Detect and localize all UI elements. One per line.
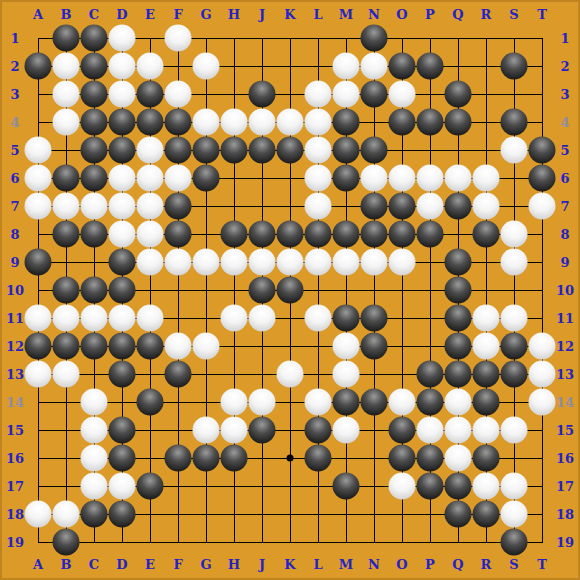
stone-black-F16[interactable] bbox=[165, 445, 192, 472]
stone-black-O2[interactable] bbox=[389, 53, 416, 80]
stone-white-C15[interactable] bbox=[81, 417, 108, 444]
stone-white-K13[interactable] bbox=[277, 361, 304, 388]
stone-black-C10[interactable] bbox=[81, 277, 108, 304]
stone-black-M4[interactable] bbox=[333, 109, 360, 136]
stone-white-N6[interactable] bbox=[361, 165, 388, 192]
stone-white-K4[interactable] bbox=[277, 109, 304, 136]
stone-black-S13[interactable] bbox=[501, 361, 528, 388]
stone-black-D10[interactable] bbox=[109, 277, 136, 304]
stone-white-M2[interactable] bbox=[333, 53, 360, 80]
stone-black-D12[interactable] bbox=[109, 333, 136, 360]
row-label-right-13: 13 bbox=[556, 368, 574, 381]
col-label-top-R: R bbox=[481, 8, 492, 21]
stone-black-L8[interactable] bbox=[305, 221, 332, 248]
stone-white-Q14[interactable] bbox=[445, 389, 472, 416]
stone-black-Q9[interactable] bbox=[445, 249, 472, 276]
stone-black-D13[interactable] bbox=[109, 361, 136, 388]
row-label-left-3: 3 bbox=[10, 88, 19, 101]
col-label-top-F: F bbox=[173, 8, 182, 21]
stone-black-B6[interactable] bbox=[53, 165, 80, 192]
stone-white-E11[interactable] bbox=[137, 305, 164, 332]
stone-white-F1[interactable] bbox=[165, 25, 192, 52]
stone-white-M15[interactable] bbox=[333, 417, 360, 444]
col-label-bottom-O: O bbox=[396, 558, 407, 571]
stone-black-S19[interactable] bbox=[501, 529, 528, 556]
stone-white-B18[interactable] bbox=[53, 501, 80, 528]
stone-black-M11[interactable] bbox=[333, 305, 360, 332]
stone-black-J5[interactable] bbox=[249, 137, 276, 164]
col-label-bottom-T: T bbox=[537, 558, 547, 571]
stone-black-N1[interactable] bbox=[361, 25, 388, 52]
row-label-left-11: 11 bbox=[6, 312, 24, 325]
stone-white-A5[interactable] bbox=[25, 137, 52, 164]
col-label-top-K: K bbox=[284, 8, 295, 21]
stone-black-Q12[interactable] bbox=[445, 333, 472, 360]
stone-white-M3[interactable] bbox=[333, 81, 360, 108]
stone-black-C1[interactable] bbox=[81, 25, 108, 52]
stone-black-M17[interactable] bbox=[333, 473, 360, 500]
stone-white-H11[interactable] bbox=[221, 305, 248, 332]
stone-white-R15[interactable] bbox=[473, 417, 500, 444]
row-label-left-13: 13 bbox=[6, 368, 24, 381]
stone-black-Q13[interactable] bbox=[445, 361, 472, 388]
stone-black-Q18[interactable] bbox=[445, 501, 472, 528]
col-label-bottom-G: G bbox=[200, 558, 211, 571]
stone-white-G2[interactable] bbox=[193, 53, 220, 80]
row-label-left-6: 6 bbox=[10, 172, 19, 185]
row-label-left-17: 17 bbox=[6, 480, 24, 493]
col-label-top-H: H bbox=[228, 8, 240, 21]
stone-white-C17[interactable] bbox=[81, 473, 108, 500]
stone-white-S18[interactable] bbox=[501, 501, 528, 528]
stone-white-F12[interactable] bbox=[165, 333, 192, 360]
row-label-right-7: 7 bbox=[560, 200, 569, 213]
stone-black-Q7[interactable] bbox=[445, 193, 472, 220]
stone-black-P16[interactable] bbox=[417, 445, 444, 472]
stone-white-M12[interactable] bbox=[333, 333, 360, 360]
stone-white-T14[interactable] bbox=[529, 389, 556, 416]
stone-black-K5[interactable] bbox=[277, 137, 304, 164]
row-label-left-5: 5 bbox=[10, 144, 19, 157]
stone-white-B11[interactable] bbox=[53, 305, 80, 332]
stone-white-D6[interactable] bbox=[109, 165, 136, 192]
col-label-top-L: L bbox=[313, 8, 322, 21]
stone-white-E9[interactable] bbox=[137, 249, 164, 276]
stone-black-E17[interactable] bbox=[137, 473, 164, 500]
row-label-right-17: 17 bbox=[556, 480, 574, 493]
row-label-left-10: 10 bbox=[6, 284, 24, 297]
stone-white-D1[interactable] bbox=[109, 25, 136, 52]
stone-black-F4[interactable] bbox=[165, 109, 192, 136]
stone-black-O8[interactable] bbox=[389, 221, 416, 248]
stone-black-S12[interactable] bbox=[501, 333, 528, 360]
row-label-left-7: 7 bbox=[10, 200, 19, 213]
col-label-bottom-J: J bbox=[259, 558, 265, 571]
stone-white-O6[interactable] bbox=[389, 165, 416, 192]
stone-black-T5[interactable] bbox=[529, 137, 556, 164]
stone-white-S8[interactable] bbox=[501, 221, 528, 248]
row-label-right-18: 18 bbox=[556, 508, 574, 521]
row-label-left-16: 16 bbox=[6, 452, 24, 465]
stone-white-E2[interactable] bbox=[137, 53, 164, 80]
stone-white-H14[interactable] bbox=[221, 389, 248, 416]
col-label-bottom-H: H bbox=[228, 558, 240, 571]
row-label-left-14: 14 bbox=[6, 396, 24, 409]
stone-black-E4[interactable] bbox=[137, 109, 164, 136]
col-label-top-Q: Q bbox=[452, 8, 463, 21]
stone-white-D3[interactable] bbox=[109, 81, 136, 108]
stone-white-G12[interactable] bbox=[193, 333, 220, 360]
col-label-top-M: M bbox=[339, 8, 353, 21]
stone-white-F3[interactable] bbox=[165, 81, 192, 108]
stone-black-N12[interactable] bbox=[361, 333, 388, 360]
row-label-left-1: 1 bbox=[10, 32, 19, 45]
stone-white-D11[interactable] bbox=[109, 305, 136, 332]
hoshi-dot-K16 bbox=[287, 455, 294, 462]
stone-black-A9[interactable] bbox=[25, 249, 52, 276]
stone-white-T13[interactable] bbox=[529, 361, 556, 388]
row-label-right-14: 14 bbox=[556, 396, 574, 409]
col-label-top-T: T bbox=[537, 8, 547, 21]
stone-black-O16[interactable] bbox=[389, 445, 416, 472]
stone-black-P4[interactable] bbox=[417, 109, 444, 136]
stone-black-P17[interactable] bbox=[417, 473, 444, 500]
stone-black-B19[interactable] bbox=[53, 529, 80, 556]
stone-black-C12[interactable] bbox=[81, 333, 108, 360]
stone-black-H8[interactable] bbox=[221, 221, 248, 248]
col-label-top-E: E bbox=[145, 8, 155, 21]
stone-black-F13[interactable] bbox=[165, 361, 192, 388]
col-label-top-G: G bbox=[200, 8, 211, 21]
stone-white-H4[interactable] bbox=[221, 109, 248, 136]
row-label-right-6: 6 bbox=[560, 172, 569, 185]
stone-white-S9[interactable] bbox=[501, 249, 528, 276]
stone-black-D18[interactable] bbox=[109, 501, 136, 528]
stone-black-H16[interactable] bbox=[221, 445, 248, 472]
stone-black-E14[interactable] bbox=[137, 389, 164, 416]
stone-black-P14[interactable] bbox=[417, 389, 444, 416]
stone-black-O15[interactable] bbox=[389, 417, 416, 444]
col-label-bottom-R: R bbox=[481, 558, 492, 571]
stone-black-M8[interactable] bbox=[333, 221, 360, 248]
stone-white-E7[interactable] bbox=[137, 193, 164, 220]
stone-white-S15[interactable] bbox=[501, 417, 528, 444]
stone-black-S2[interactable] bbox=[501, 53, 528, 80]
col-label-bottom-B: B bbox=[61, 558, 72, 571]
stone-black-Q3[interactable] bbox=[445, 81, 472, 108]
col-label-bottom-E: E bbox=[145, 558, 155, 571]
stone-white-J9[interactable] bbox=[249, 249, 276, 276]
stone-black-Q4[interactable] bbox=[445, 109, 472, 136]
stone-black-B1[interactable] bbox=[53, 25, 80, 52]
stone-white-J11[interactable] bbox=[249, 305, 276, 332]
stone-black-C2[interactable] bbox=[81, 53, 108, 80]
stone-white-R7[interactable] bbox=[473, 193, 500, 220]
stone-white-R11[interactable] bbox=[473, 305, 500, 332]
row-label-right-1: 1 bbox=[560, 32, 569, 45]
stone-white-Q15[interactable] bbox=[445, 417, 472, 444]
col-label-bottom-M: M bbox=[339, 558, 353, 571]
stone-black-C3[interactable] bbox=[81, 81, 108, 108]
stone-black-J3[interactable] bbox=[249, 81, 276, 108]
stone-black-D4[interactable] bbox=[109, 109, 136, 136]
stone-black-C8[interactable] bbox=[81, 221, 108, 248]
row-label-right-19: 19 bbox=[556, 536, 574, 549]
col-label-bottom-L: L bbox=[313, 558, 322, 571]
stone-black-D15[interactable] bbox=[109, 417, 136, 444]
stone-white-R12[interactable] bbox=[473, 333, 500, 360]
stone-black-O7[interactable] bbox=[389, 193, 416, 220]
stone-white-O3[interactable] bbox=[389, 81, 416, 108]
col-label-bottom-Q: Q bbox=[452, 558, 463, 571]
stone-black-Q17[interactable] bbox=[445, 473, 472, 500]
stone-white-L6[interactable] bbox=[305, 165, 332, 192]
col-label-top-N: N bbox=[368, 8, 380, 21]
row-label-right-10: 10 bbox=[556, 284, 574, 297]
stone-black-P8[interactable] bbox=[417, 221, 444, 248]
stone-black-C4[interactable] bbox=[81, 109, 108, 136]
stone-black-D16[interactable] bbox=[109, 445, 136, 472]
stone-white-E5[interactable] bbox=[137, 137, 164, 164]
stone-white-L11[interactable] bbox=[305, 305, 332, 332]
stone-black-D9[interactable] bbox=[109, 249, 136, 276]
row-label-right-3: 3 bbox=[560, 88, 569, 101]
stone-black-O4[interactable] bbox=[389, 109, 416, 136]
col-label-bottom-F: F bbox=[173, 558, 182, 571]
stone-black-F8[interactable] bbox=[165, 221, 192, 248]
stone-white-D2[interactable] bbox=[109, 53, 136, 80]
stone-white-B2[interactable] bbox=[53, 53, 80, 80]
col-label-top-D: D bbox=[116, 8, 127, 21]
stone-white-O14[interactable] bbox=[389, 389, 416, 416]
stone-white-G4[interactable] bbox=[193, 109, 220, 136]
stone-black-L16[interactable] bbox=[305, 445, 332, 472]
col-label-bottom-A: A bbox=[33, 558, 43, 571]
stone-black-C18[interactable] bbox=[81, 501, 108, 528]
stone-white-P7[interactable] bbox=[417, 193, 444, 220]
row-label-right-2: 2 bbox=[560, 60, 569, 73]
col-label-top-J: J bbox=[259, 8, 265, 21]
stone-white-Q6[interactable] bbox=[445, 165, 472, 192]
stone-white-K9[interactable] bbox=[277, 249, 304, 276]
stone-black-N3[interactable] bbox=[361, 81, 388, 108]
stone-white-C16[interactable] bbox=[81, 445, 108, 472]
row-label-left-15: 15 bbox=[6, 424, 24, 437]
stone-black-D5[interactable] bbox=[109, 137, 136, 164]
stone-black-C5[interactable] bbox=[81, 137, 108, 164]
stone-white-P6[interactable] bbox=[417, 165, 444, 192]
stone-black-R14[interactable] bbox=[473, 389, 500, 416]
stone-black-G5[interactable] bbox=[193, 137, 220, 164]
row-label-left-18: 18 bbox=[6, 508, 24, 521]
stone-white-B13[interactable] bbox=[53, 361, 80, 388]
stone-black-A12[interactable] bbox=[25, 333, 52, 360]
stone-black-F5[interactable] bbox=[165, 137, 192, 164]
col-label-top-O: O bbox=[396, 8, 407, 21]
stone-white-S11[interactable] bbox=[501, 305, 528, 332]
row-label-right-15: 15 bbox=[556, 424, 574, 437]
col-label-bottom-S: S bbox=[509, 558, 518, 571]
stone-white-L7[interactable] bbox=[305, 193, 332, 220]
stone-white-L5[interactable] bbox=[305, 137, 332, 164]
stone-black-M14[interactable] bbox=[333, 389, 360, 416]
stone-white-L9[interactable] bbox=[305, 249, 332, 276]
stone-white-P15[interactable] bbox=[417, 417, 444, 444]
stone-black-R18[interactable] bbox=[473, 501, 500, 528]
stone-white-D7[interactable] bbox=[109, 193, 136, 220]
stone-white-E8[interactable] bbox=[137, 221, 164, 248]
stone-black-C6[interactable] bbox=[81, 165, 108, 192]
stone-white-C11[interactable] bbox=[81, 305, 108, 332]
stone-white-O9[interactable] bbox=[389, 249, 416, 276]
stone-white-Q16[interactable] bbox=[445, 445, 472, 472]
stone-black-B10[interactable] bbox=[53, 277, 80, 304]
stone-black-H5[interactable] bbox=[221, 137, 248, 164]
stone-white-B7[interactable] bbox=[53, 193, 80, 220]
stone-black-Q10[interactable] bbox=[445, 277, 472, 304]
stone-black-J8[interactable] bbox=[249, 221, 276, 248]
stone-black-N5[interactable] bbox=[361, 137, 388, 164]
stone-black-E12[interactable] bbox=[137, 333, 164, 360]
stone-white-G15[interactable] bbox=[193, 417, 220, 444]
col-label-top-B: B bbox=[61, 8, 72, 21]
stone-white-H15[interactable] bbox=[221, 417, 248, 444]
row-label-right-9: 9 bbox=[560, 256, 569, 269]
stone-black-A2[interactable] bbox=[25, 53, 52, 80]
stone-white-O17[interactable] bbox=[389, 473, 416, 500]
stone-white-J14[interactable] bbox=[249, 389, 276, 416]
stone-white-F9[interactable] bbox=[165, 249, 192, 276]
row-label-right-11: 11 bbox=[556, 312, 574, 325]
stone-white-S5[interactable] bbox=[501, 137, 528, 164]
stone-white-A11[interactable] bbox=[25, 305, 52, 332]
stone-white-T12[interactable] bbox=[529, 333, 556, 360]
stone-white-F6[interactable] bbox=[165, 165, 192, 192]
col-label-top-A: A bbox=[33, 8, 43, 21]
stone-black-B8[interactable] bbox=[53, 221, 80, 248]
stone-black-M6[interactable] bbox=[333, 165, 360, 192]
stone-white-D8[interactable] bbox=[109, 221, 136, 248]
stone-white-R17[interactable] bbox=[473, 473, 500, 500]
stone-white-D17[interactable] bbox=[109, 473, 136, 500]
stone-white-A13[interactable] bbox=[25, 361, 52, 388]
row-label-left-8: 8 bbox=[10, 228, 19, 241]
stone-black-G6[interactable] bbox=[193, 165, 220, 192]
stone-black-P2[interactable] bbox=[417, 53, 444, 80]
stone-black-K8[interactable] bbox=[277, 221, 304, 248]
stone-white-J4[interactable] bbox=[249, 109, 276, 136]
stone-white-M13[interactable] bbox=[333, 361, 360, 388]
stone-white-T7[interactable] bbox=[529, 193, 556, 220]
stone-white-N9[interactable] bbox=[361, 249, 388, 276]
stone-black-P13[interactable] bbox=[417, 361, 444, 388]
row-label-right-5: 5 bbox=[560, 144, 569, 157]
stone-white-R6[interactable] bbox=[473, 165, 500, 192]
stone-white-L3[interactable] bbox=[305, 81, 332, 108]
row-label-left-12: 12 bbox=[6, 340, 24, 353]
col-label-bottom-D: D bbox=[116, 558, 127, 571]
stone-black-B12[interactable] bbox=[53, 333, 80, 360]
stone-white-M9[interactable] bbox=[333, 249, 360, 276]
row-label-left-4: 4 bbox=[10, 116, 19, 129]
stone-white-B3[interactable] bbox=[53, 81, 80, 108]
stone-black-N14[interactable] bbox=[361, 389, 388, 416]
row-label-left-9: 9 bbox=[10, 256, 19, 269]
stone-black-G16[interactable] bbox=[193, 445, 220, 472]
stone-white-N2[interactable] bbox=[361, 53, 388, 80]
stone-white-H9[interactable] bbox=[221, 249, 248, 276]
stone-black-R13[interactable] bbox=[473, 361, 500, 388]
stone-black-N11[interactable] bbox=[361, 305, 388, 332]
stone-white-C7[interactable] bbox=[81, 193, 108, 220]
col-label-bottom-C: C bbox=[89, 558, 99, 571]
row-label-right-12: 12 bbox=[556, 340, 574, 353]
col-label-bottom-P: P bbox=[425, 558, 435, 571]
go-board[interactable]: AABBCCDDEEFFGGHHJJKKLLMMNNOOPPQQRRSSTT11… bbox=[0, 0, 580, 580]
col-label-bottom-K: K bbox=[284, 558, 295, 571]
stone-white-A6[interactable] bbox=[25, 165, 52, 192]
row-label-right-8: 8 bbox=[560, 228, 569, 241]
stone-black-R16[interactable] bbox=[473, 445, 500, 472]
stone-white-A7[interactable] bbox=[25, 193, 52, 220]
stone-black-T6[interactable] bbox=[529, 165, 556, 192]
stone-black-E3[interactable] bbox=[137, 81, 164, 108]
stone-white-S17[interactable] bbox=[501, 473, 528, 500]
col-label-top-C: C bbox=[89, 8, 99, 21]
stone-black-N7[interactable] bbox=[361, 193, 388, 220]
stone-white-C14[interactable] bbox=[81, 389, 108, 416]
stone-white-E6[interactable] bbox=[137, 165, 164, 192]
col-label-top-P: P bbox=[425, 8, 435, 21]
col-label-top-S: S bbox=[509, 8, 518, 21]
stone-black-L15[interactable] bbox=[305, 417, 332, 444]
stone-black-R8[interactable] bbox=[473, 221, 500, 248]
stone-black-Q11[interactable] bbox=[445, 305, 472, 332]
stone-white-G9[interactable] bbox=[193, 249, 220, 276]
stone-black-M5[interactable] bbox=[333, 137, 360, 164]
row-label-right-16: 16 bbox=[556, 452, 574, 465]
stone-white-L4[interactable] bbox=[305, 109, 332, 136]
row-label-left-19: 19 bbox=[6, 536, 24, 549]
stone-black-N8[interactable] bbox=[361, 221, 388, 248]
row-label-left-2: 2 bbox=[10, 60, 19, 73]
stone-black-S4[interactable] bbox=[501, 109, 528, 136]
stone-black-K10[interactable] bbox=[277, 277, 304, 304]
stone-white-B4[interactable] bbox=[53, 109, 80, 136]
col-label-bottom-N: N bbox=[368, 558, 380, 571]
stone-black-J10[interactable] bbox=[249, 277, 276, 304]
stone-white-L14[interactable] bbox=[305, 389, 332, 416]
stone-black-F7[interactable] bbox=[165, 193, 192, 220]
row-label-right-4: 4 bbox=[560, 116, 569, 129]
stone-white-A18[interactable] bbox=[25, 501, 52, 528]
stone-black-J15[interactable] bbox=[249, 417, 276, 444]
